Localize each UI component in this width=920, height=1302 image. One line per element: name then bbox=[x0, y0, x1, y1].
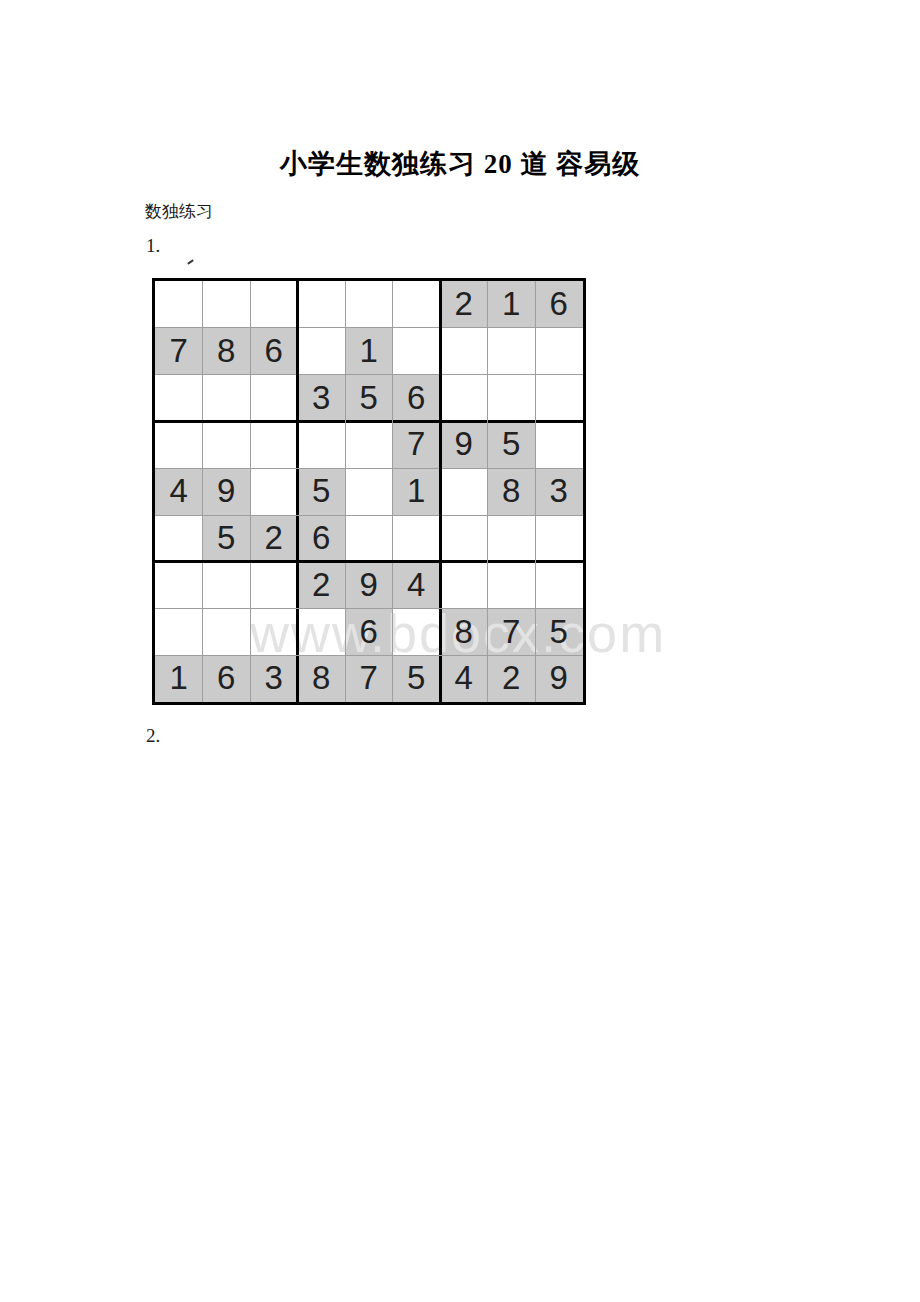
given-digit: 3 bbox=[298, 375, 346, 422]
sudoku-cell-r6c6 bbox=[393, 515, 441, 562]
sudoku-cell-r3c4: 3 bbox=[298, 375, 346, 422]
sudoku-cell-r6c9 bbox=[535, 515, 583, 562]
given-digit: 5 bbox=[345, 375, 393, 422]
given-digit: 8 bbox=[488, 468, 536, 515]
given-digit: 9 bbox=[345, 562, 393, 609]
sudoku-cell-r2c3: 6 bbox=[250, 328, 298, 375]
given-digit: 6 bbox=[393, 375, 441, 422]
sudoku-cell-r4c5 bbox=[345, 421, 393, 468]
sudoku-cell-r8c6 bbox=[393, 609, 441, 656]
given-digit: 8 bbox=[440, 609, 488, 656]
given-digit: 1 bbox=[345, 328, 393, 375]
given-digit: 9 bbox=[535, 655, 583, 702]
sudoku-cell-r1c8: 1 bbox=[488, 281, 536, 328]
given-digit: 8 bbox=[298, 655, 346, 702]
sudoku-board: 21678613567954951835262946875163875429 bbox=[155, 281, 583, 702]
sudoku-cell-r9c2: 6 bbox=[203, 655, 251, 702]
sudoku-cell-r2c7 bbox=[440, 328, 488, 375]
sudoku-cell-r4c7: 9 bbox=[440, 421, 488, 468]
sudoku-cell-r5c1: 4 bbox=[155, 468, 203, 515]
sudoku-cell-r1c2 bbox=[203, 281, 251, 328]
sudoku-cell-r5c5 bbox=[345, 468, 393, 515]
given-digit: 7 bbox=[155, 328, 203, 375]
sudoku-cell-r2c6 bbox=[393, 328, 441, 375]
sudoku-cell-r3c3 bbox=[250, 375, 298, 422]
sudoku-cell-r8c9: 5 bbox=[535, 609, 583, 656]
given-digit: 3 bbox=[250, 655, 298, 702]
sudoku-cell-r3c1 bbox=[155, 375, 203, 422]
given-digit: 4 bbox=[155, 468, 203, 515]
sudoku-cell-r5c6: 1 bbox=[393, 468, 441, 515]
section-label: 数独练习 bbox=[145, 200, 213, 223]
given-digit: 5 bbox=[393, 655, 441, 702]
sudoku-cells: 21678613567954951835262946875163875429 bbox=[155, 281, 583, 702]
sudoku-cell-r5c3 bbox=[250, 468, 298, 515]
sudoku-cell-r2c1: 7 bbox=[155, 328, 203, 375]
sudoku-cell-r3c6: 6 bbox=[393, 375, 441, 422]
sudoku-cell-r9c8: 2 bbox=[488, 655, 536, 702]
sudoku-cell-r4c3 bbox=[250, 421, 298, 468]
sudoku-cell-r2c5: 1 bbox=[345, 328, 393, 375]
given-digit: 9 bbox=[203, 468, 251, 515]
sudoku-cell-r5c7 bbox=[440, 468, 488, 515]
puzzle-2-label: 2. bbox=[146, 725, 160, 747]
given-digit: 2 bbox=[298, 562, 346, 609]
given-digit: 6 bbox=[535, 281, 583, 328]
sudoku-cell-r9c5: 7 bbox=[345, 655, 393, 702]
sudoku-cell-r7c3 bbox=[250, 562, 298, 609]
sudoku-cell-r1c9: 6 bbox=[535, 281, 583, 328]
sudoku-cell-r9c3: 3 bbox=[250, 655, 298, 702]
sudoku-cell-r8c5: 6 bbox=[345, 609, 393, 656]
given-digit: 4 bbox=[440, 655, 488, 702]
sudoku-cell-r9c4: 8 bbox=[298, 655, 346, 702]
sudoku-cell-r4c4 bbox=[298, 421, 346, 468]
given-digit: 6 bbox=[203, 655, 251, 702]
sudoku-cell-r6c2: 5 bbox=[203, 515, 251, 562]
sudoku-cell-r1c4 bbox=[298, 281, 346, 328]
given-digit: 4 bbox=[393, 562, 441, 609]
given-digit: 3 bbox=[535, 468, 583, 515]
page-title: 小学生数独练习 20 道 容易级 bbox=[0, 146, 920, 182]
sudoku-cell-r7c2 bbox=[203, 562, 251, 609]
given-digit: 5 bbox=[298, 468, 346, 515]
sudoku-cell-r2c9 bbox=[535, 328, 583, 375]
sudoku-cell-r8c1 bbox=[155, 609, 203, 656]
sudoku-cell-r6c5 bbox=[345, 515, 393, 562]
sudoku-cell-r9c7: 4 bbox=[440, 655, 488, 702]
sudoku-cell-r4c8: 5 bbox=[488, 421, 536, 468]
sudoku-cell-r7c5: 9 bbox=[345, 562, 393, 609]
sudoku-cell-r7c7 bbox=[440, 562, 488, 609]
given-digit: 6 bbox=[250, 328, 298, 375]
sudoku-cell-r5c2: 9 bbox=[203, 468, 251, 515]
sudoku-cell-r5c9: 3 bbox=[535, 468, 583, 515]
sudoku-cell-r3c7 bbox=[440, 375, 488, 422]
sudoku-cell-r8c8: 7 bbox=[488, 609, 536, 656]
sudoku-cell-r8c2 bbox=[203, 609, 251, 656]
given-digit: 7 bbox=[345, 655, 393, 702]
sudoku-cell-r7c1 bbox=[155, 562, 203, 609]
sudoku-cell-r1c3 bbox=[250, 281, 298, 328]
sudoku-cell-r6c7 bbox=[440, 515, 488, 562]
sudoku-cell-r3c5: 5 bbox=[345, 375, 393, 422]
puzzle-1-label: 1. bbox=[146, 235, 160, 257]
given-digit: 5 bbox=[203, 515, 251, 562]
sudoku-cell-r2c4 bbox=[298, 328, 346, 375]
sudoku-cell-r4c1 bbox=[155, 421, 203, 468]
sudoku-cell-r7c9 bbox=[535, 562, 583, 609]
given-digit: 7 bbox=[488, 609, 536, 656]
sudoku-cell-r3c2 bbox=[203, 375, 251, 422]
given-digit: 2 bbox=[440, 281, 488, 328]
sudoku-cell-r8c4 bbox=[298, 609, 346, 656]
sudoku-cell-r2c8 bbox=[488, 328, 536, 375]
sudoku-cell-r5c4: 5 bbox=[298, 468, 346, 515]
sudoku-cell-r8c7: 8 bbox=[440, 609, 488, 656]
sudoku-cell-r6c3: 2 bbox=[250, 515, 298, 562]
sudoku-cell-r9c9: 9 bbox=[535, 655, 583, 702]
given-digit: 7 bbox=[393, 421, 441, 468]
sudoku-cell-r1c1 bbox=[155, 281, 203, 328]
sudoku-cell-r4c6: 7 bbox=[393, 421, 441, 468]
sudoku-cell-r1c6 bbox=[393, 281, 441, 328]
sudoku-cell-r7c8 bbox=[488, 562, 536, 609]
sudoku-cell-r1c5 bbox=[345, 281, 393, 328]
given-digit: 2 bbox=[488, 655, 536, 702]
given-digit: 2 bbox=[250, 515, 298, 562]
given-digit: 9 bbox=[440, 421, 488, 468]
sudoku-cell-r4c2 bbox=[203, 421, 251, 468]
sudoku-cell-r3c9 bbox=[535, 375, 583, 422]
sudoku-cell-r9c6: 5 bbox=[393, 655, 441, 702]
sudoku-cell-r7c4: 2 bbox=[298, 562, 346, 609]
given-digit: 6 bbox=[298, 515, 346, 562]
sudoku-cell-r2c2: 8 bbox=[203, 328, 251, 375]
sudoku-cell-r3c8 bbox=[488, 375, 536, 422]
sudoku-cell-r6c8 bbox=[488, 515, 536, 562]
given-digit: 6 bbox=[345, 609, 393, 656]
sudoku-cell-r9c1: 1 bbox=[155, 655, 203, 702]
sudoku-cell-r8c3 bbox=[250, 609, 298, 656]
sudoku-cell-r5c8: 8 bbox=[488, 468, 536, 515]
given-digit: 1 bbox=[393, 468, 441, 515]
sudoku-cell-r6c1 bbox=[155, 515, 203, 562]
stray-tick-mark bbox=[187, 259, 194, 265]
given-digit: 1 bbox=[488, 281, 536, 328]
given-digit: 5 bbox=[488, 421, 536, 468]
sudoku-cell-r7c6: 4 bbox=[393, 562, 441, 609]
given-digit: 1 bbox=[155, 655, 203, 702]
sudoku-cell-r6c4: 6 bbox=[298, 515, 346, 562]
given-digit: 5 bbox=[535, 609, 583, 656]
given-digit: 8 bbox=[203, 328, 251, 375]
sudoku-cell-r4c9 bbox=[535, 421, 583, 468]
sudoku-cell-r1c7: 2 bbox=[440, 281, 488, 328]
